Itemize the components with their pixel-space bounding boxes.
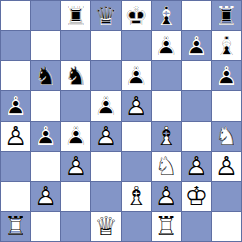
square-a3[interactable] [1,152,30,181]
square-a6[interactable] [1,61,30,90]
square-b8[interactable] [31,1,60,30]
square-f6[interactable] [152,61,181,90]
square-d7[interactable] [91,31,120,60]
square-e5[interactable]: ♟♙ [122,91,151,120]
square-e3[interactable] [122,152,151,181]
piece-black-queen[interactable]: ♛♕ [91,1,120,30]
piece-black-pawn[interactable]: ♟♙ [152,31,181,60]
square-d2[interactable] [91,182,120,211]
square-c3[interactable]: ♟♙ [61,152,90,181]
square-e2[interactable]: ♝♗ [122,182,151,211]
square-c8[interactable]: ♜♖ [61,1,90,30]
piece-black-pawn[interactable]: ♟♙ [61,122,90,151]
square-a1[interactable]: ♜♖ [1,212,30,241]
piece-black-pawn[interactable]: ♟♙ [1,91,30,120]
square-b6[interactable]: ♞♘ [31,61,60,90]
square-h7[interactable]: ♝♗ [212,31,241,60]
piece-white-rook[interactable]: ♜♖ [1,212,30,241]
square-g8[interactable] [182,1,211,30]
piece-black-king[interactable]: ♚♔ [122,1,151,30]
piece-white-knight[interactable]: ♞♘ [152,152,181,181]
square-b7[interactable] [31,31,60,60]
square-g6[interactable] [182,61,211,90]
square-e8[interactable]: ♚♔ [122,1,151,30]
square-b2[interactable]: ♟♙ [31,182,60,211]
piece-black-rook[interactable]: ♜♖ [61,1,90,30]
square-d5[interactable]: ♟♙ [91,91,120,120]
square-f5[interactable] [152,91,181,120]
square-d8[interactable]: ♛♕ [91,1,120,30]
square-c1[interactable] [61,212,90,241]
piece-white-bishop[interactable]: ♝♗ [152,122,181,151]
piece-white-bishop[interactable]: ♝♗ [122,182,151,211]
square-d1[interactable]: ♛♕ [91,212,120,241]
piece-black-knight[interactable]: ♞♘ [61,61,90,90]
piece-black-knight[interactable]: ♞♘ [31,61,60,90]
square-d6[interactable] [91,61,120,90]
piece-black-pawn[interactable]: ♟♙ [31,122,60,151]
square-f1[interactable]: ♜♖ [152,212,181,241]
piece-black-rook[interactable]: ♜♖ [212,1,241,30]
square-g3[interactable]: ♟♙ [182,152,211,181]
piece-black-bishop[interactable]: ♝♗ [152,1,181,30]
square-g4[interactable] [182,122,211,151]
square-e6[interactable]: ♟♙ [122,61,151,90]
square-h8[interactable]: ♜♖ [212,1,241,30]
square-h6[interactable]: ♟♙ [212,61,241,90]
piece-black-pawn[interactable]: ♟♙ [212,61,241,90]
piece-white-queen[interactable]: ♛♕ [91,212,120,241]
square-f3[interactable]: ♞♘ [152,152,181,181]
square-g1[interactable] [182,212,211,241]
square-a2[interactable] [1,182,30,211]
square-e1[interactable] [122,212,151,241]
square-c4[interactable]: ♟♙ [61,122,90,151]
piece-white-pawn[interactable]: ♟♙ [91,122,120,151]
piece-white-pawn[interactable]: ♟♙ [182,152,211,181]
piece-black-pawn[interactable]: ♟♙ [91,91,120,120]
square-b5[interactable] [31,91,60,120]
piece-white-pawn[interactable]: ♟♙ [61,152,90,181]
piece-white-pawn[interactable]: ♟♙ [212,152,241,181]
square-f2[interactable]: ♟♙ [152,182,181,211]
square-b4[interactable]: ♟♙ [31,122,60,151]
square-e7[interactable] [122,31,151,60]
piece-white-pawn[interactable]: ♟♙ [152,182,181,211]
piece-white-pawn[interactable]: ♟♙ [31,182,60,211]
piece-black-pawn[interactable]: ♟♙ [182,31,211,60]
square-b1[interactable] [31,212,60,241]
square-d3[interactable] [91,152,120,181]
square-f8[interactable]: ♝♗ [152,1,181,30]
square-a4[interactable]: ♟♙ [1,122,30,151]
square-a8[interactable] [1,1,30,30]
piece-black-pawn[interactable]: ♟♙ [122,61,151,90]
piece-white-pawn[interactable]: ♟♙ [122,91,151,120]
piece-white-rook[interactable]: ♜♖ [152,212,181,241]
square-e4[interactable] [122,122,151,151]
square-c5[interactable] [61,91,90,120]
chess-board: ♜♖♛♕♚♔♝♗♜♖♟♙♟♙♝♗♞♘♞♘♟♙♟♙♟♙♟♙♟♙♟♙♟♙♟♙♟♙♝♗… [0,0,242,242]
square-f4[interactable]: ♝♗ [152,122,181,151]
square-h1[interactable] [212,212,241,241]
square-h3[interactable]: ♟♙ [212,152,241,181]
square-g5[interactable] [182,91,211,120]
piece-white-king[interactable]: ♚♔ [182,182,211,211]
piece-white-pawn[interactable]: ♟♙ [1,122,30,151]
square-f7[interactable]: ♟♙ [152,31,181,60]
square-g7[interactable]: ♟♙ [182,31,211,60]
square-c2[interactable] [61,182,90,211]
square-b3[interactable] [31,152,60,181]
square-c7[interactable] [61,31,90,60]
square-d4[interactable]: ♟♙ [91,122,120,151]
square-h2[interactable] [212,182,241,211]
square-c6[interactable]: ♞♘ [61,61,90,90]
piece-white-knight[interactable]: ♞♘ [212,122,241,151]
square-g2[interactable]: ♚♔ [182,182,211,211]
square-h4[interactable]: ♞♘ [212,122,241,151]
square-a7[interactable] [1,31,30,60]
square-h5[interactable] [212,91,241,120]
piece-black-bishop[interactable]: ♝♗ [212,31,241,60]
square-a5[interactable]: ♟♙ [1,91,30,120]
